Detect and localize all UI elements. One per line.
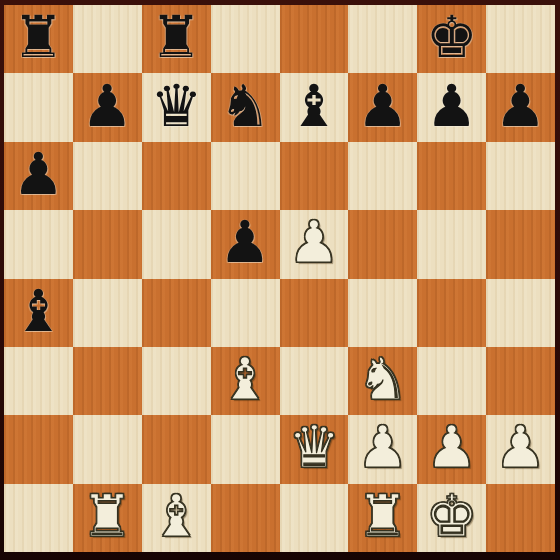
- square-f2[interactable]: ♟: [348, 415, 417, 483]
- square-e3[interactable]: [280, 347, 349, 415]
- square-e2[interactable]: ♛: [280, 415, 349, 483]
- square-a5[interactable]: [4, 210, 73, 278]
- white-rook: ♜: [357, 487, 409, 545]
- square-g7[interactable]: ♟: [417, 73, 486, 141]
- black-queen: ♛: [150, 77, 202, 135]
- square-b4[interactable]: [73, 279, 142, 347]
- square-c1[interactable]: ♝: [142, 484, 211, 552]
- black-rook: ♜: [150, 8, 202, 66]
- square-h2[interactable]: ♟: [486, 415, 555, 483]
- black-pawn: ♟: [219, 213, 271, 271]
- square-a2[interactable]: [4, 415, 73, 483]
- white-queen: ♛: [288, 418, 340, 476]
- square-d6[interactable]: [211, 142, 280, 210]
- black-knight: ♞: [219, 77, 271, 135]
- square-d3[interactable]: ♝: [211, 347, 280, 415]
- black-pawn: ♟: [495, 77, 547, 135]
- black-bishop: ♝: [288, 77, 340, 135]
- white-pawn: ♟: [288, 213, 340, 271]
- square-b1[interactable]: ♜: [73, 484, 142, 552]
- chess-board: ♜♜♚♟♛♞♝♟♟♟♟♟♟♝♝♞♛♟♟♟♜♝♜♚: [4, 5, 555, 552]
- square-a6[interactable]: ♟: [4, 142, 73, 210]
- black-pawn: ♟: [81, 77, 133, 135]
- chess-board-frame: ♜♜♚♟♛♞♝♟♟♟♟♟♟♝♝♞♛♟♟♟♜♝♜♚: [0, 0, 560, 560]
- square-h7[interactable]: ♟: [486, 73, 555, 141]
- square-b8[interactable]: [73, 5, 142, 73]
- square-e4[interactable]: [280, 279, 349, 347]
- square-b7[interactable]: ♟: [73, 73, 142, 141]
- square-g1[interactable]: ♚: [417, 484, 486, 552]
- square-a3[interactable]: [4, 347, 73, 415]
- square-g8[interactable]: ♚: [417, 5, 486, 73]
- square-a8[interactable]: ♜: [4, 5, 73, 73]
- square-g2[interactable]: ♟: [417, 415, 486, 483]
- square-h3[interactable]: [486, 347, 555, 415]
- square-c3[interactable]: [142, 347, 211, 415]
- black-pawn: ♟: [12, 145, 64, 203]
- square-g3[interactable]: [417, 347, 486, 415]
- square-h8[interactable]: [486, 5, 555, 73]
- square-c7[interactable]: ♛: [142, 73, 211, 141]
- white-knight: ♞: [357, 350, 409, 408]
- black-bishop: ♝: [12, 282, 64, 340]
- square-c8[interactable]: ♜: [142, 5, 211, 73]
- black-pawn: ♟: [357, 77, 409, 135]
- square-e5[interactable]: ♟: [280, 210, 349, 278]
- white-king: ♚: [426, 487, 478, 545]
- square-h5[interactable]: [486, 210, 555, 278]
- square-a1[interactable]: [4, 484, 73, 552]
- square-b6[interactable]: [73, 142, 142, 210]
- square-h6[interactable]: [486, 142, 555, 210]
- square-d8[interactable]: [211, 5, 280, 73]
- square-c2[interactable]: [142, 415, 211, 483]
- black-pawn: ♟: [426, 77, 478, 135]
- white-pawn: ♟: [357, 418, 409, 476]
- square-e6[interactable]: [280, 142, 349, 210]
- black-king: ♚: [426, 8, 478, 66]
- white-rook: ♜: [81, 487, 133, 545]
- square-d7[interactable]: ♞: [211, 73, 280, 141]
- square-b3[interactable]: [73, 347, 142, 415]
- square-f6[interactable]: [348, 142, 417, 210]
- square-b5[interactable]: [73, 210, 142, 278]
- square-e7[interactable]: ♝: [280, 73, 349, 141]
- square-e8[interactable]: [280, 5, 349, 73]
- white-pawn: ♟: [426, 418, 478, 476]
- square-f5[interactable]: [348, 210, 417, 278]
- square-d4[interactable]: [211, 279, 280, 347]
- square-f1[interactable]: ♜: [348, 484, 417, 552]
- white-bishop: ♝: [150, 487, 202, 545]
- black-rook: ♜: [12, 8, 64, 66]
- square-f8[interactable]: [348, 5, 417, 73]
- square-d5[interactable]: ♟: [211, 210, 280, 278]
- white-pawn: ♟: [495, 418, 547, 476]
- square-g5[interactable]: [417, 210, 486, 278]
- square-e1[interactable]: [280, 484, 349, 552]
- square-c6[interactable]: [142, 142, 211, 210]
- white-bishop: ♝: [219, 350, 271, 408]
- square-f3[interactable]: ♞: [348, 347, 417, 415]
- square-a7[interactable]: [4, 73, 73, 141]
- square-h4[interactable]: [486, 279, 555, 347]
- square-c5[interactable]: [142, 210, 211, 278]
- square-d1[interactable]: [211, 484, 280, 552]
- square-g6[interactable]: [417, 142, 486, 210]
- square-g4[interactable]: [417, 279, 486, 347]
- square-f4[interactable]: [348, 279, 417, 347]
- square-b2[interactable]: [73, 415, 142, 483]
- square-d2[interactable]: [211, 415, 280, 483]
- square-a4[interactable]: ♝: [4, 279, 73, 347]
- square-f7[interactable]: ♟: [348, 73, 417, 141]
- square-c4[interactable]: [142, 279, 211, 347]
- square-h1[interactable]: [486, 484, 555, 552]
